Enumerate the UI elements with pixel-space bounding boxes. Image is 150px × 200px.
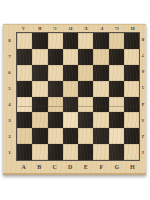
square-g3[interactable] (109, 112, 124, 128)
square-h5[interactable] (124, 81, 139, 97)
rank-label-8: 8 (140, 32, 146, 48)
square-h4[interactable] (124, 97, 139, 113)
square-f8[interactable] (93, 33, 108, 49)
square-g8[interactable] (109, 33, 124, 49)
square-h8[interactable] (124, 33, 139, 49)
square-d7[interactable] (63, 49, 78, 65)
square-f6[interactable] (93, 65, 108, 81)
rank-labels-right: 87654321 (140, 32, 146, 161)
square-b4[interactable] (32, 97, 47, 113)
square-a7[interactable] (17, 49, 32, 65)
file-label-g: G (109, 25, 125, 32)
square-g7[interactable] (109, 49, 124, 65)
photo-background: ABCDEFGH 87654321 87654321 ABCDEFGH (0, 0, 150, 200)
square-d5[interactable] (63, 81, 78, 97)
file-label-f: F (94, 161, 110, 173)
square-c6[interactable] (48, 65, 63, 81)
rank-label-6: 6 (140, 64, 146, 80)
square-g2[interactable] (109, 128, 124, 144)
rank-label-4: 4 (3, 97, 16, 113)
file-label-f: F (94, 25, 110, 32)
square-b8[interactable] (32, 33, 47, 49)
square-c2[interactable] (48, 128, 63, 144)
square-d3[interactable] (63, 112, 78, 128)
square-a1[interactable] (17, 144, 32, 160)
square-e2[interactable] (78, 128, 93, 144)
square-h2[interactable] (124, 128, 139, 144)
square-g1[interactable] (109, 144, 124, 160)
square-g5[interactable] (109, 81, 124, 97)
file-labels-top: ABCDEFGH (16, 25, 140, 32)
rank-label-3: 3 (3, 113, 16, 129)
square-f1[interactable] (93, 144, 108, 160)
square-c4[interactable] (48, 97, 63, 113)
square-h7[interactable] (124, 49, 139, 65)
square-e4[interactable] (78, 97, 93, 113)
square-f7[interactable] (93, 49, 108, 65)
square-h3[interactable] (124, 112, 139, 128)
square-d8[interactable] (63, 33, 78, 49)
square-d2[interactable] (63, 128, 78, 144)
square-f4[interactable] (93, 97, 108, 113)
square-a8[interactable] (17, 33, 32, 49)
rank-label-7: 7 (3, 48, 16, 64)
rank-label-1: 1 (140, 145, 146, 161)
file-label-a: A (16, 161, 32, 173)
square-c7[interactable] (48, 49, 63, 65)
file-label-h: H (125, 25, 141, 32)
square-c3[interactable] (48, 112, 63, 128)
square-d1[interactable] (63, 144, 78, 160)
rank-labels-left: 87654321 (3, 32, 16, 161)
square-e3[interactable] (78, 112, 93, 128)
file-label-d: D (63, 161, 79, 173)
board-grid (17, 33, 139, 160)
rank-label-2: 2 (140, 129, 146, 145)
file-label-h: H (125, 161, 141, 173)
square-c1[interactable] (48, 144, 63, 160)
square-h6[interactable] (124, 65, 139, 81)
rank-label-8: 8 (3, 32, 16, 48)
square-b2[interactable] (32, 128, 47, 144)
rank-label-1: 1 (3, 145, 16, 161)
file-label-e: E (78, 161, 94, 173)
file-label-d: D (63, 25, 79, 32)
square-e5[interactable] (78, 81, 93, 97)
square-d6[interactable] (63, 65, 78, 81)
square-b7[interactable] (32, 49, 47, 65)
file-label-b: B (32, 25, 48, 32)
rank-label-5: 5 (140, 80, 146, 96)
rank-label-4: 4 (140, 97, 146, 113)
square-a5[interactable] (17, 81, 32, 97)
file-label-a: A (16, 25, 32, 32)
rank-label-6: 6 (3, 64, 16, 80)
square-d4[interactable] (63, 97, 78, 113)
file-label-b: B (32, 161, 48, 173)
file-label-g: G (109, 161, 125, 173)
square-f3[interactable] (93, 112, 108, 128)
square-b5[interactable] (32, 81, 47, 97)
square-g4[interactable] (109, 97, 124, 113)
square-f5[interactable] (93, 81, 108, 97)
square-b1[interactable] (32, 144, 47, 160)
square-e7[interactable] (78, 49, 93, 65)
square-b6[interactable] (32, 65, 47, 81)
square-f2[interactable] (93, 128, 108, 144)
square-a4[interactable] (17, 97, 32, 113)
file-label-e: E (78, 25, 94, 32)
square-g6[interactable] (109, 65, 124, 81)
chessboard: ABCDEFGH 87654321 87654321 ABCDEFGH (3, 24, 146, 175)
square-c5[interactable] (48, 81, 63, 97)
square-e8[interactable] (78, 33, 93, 49)
rank-label-7: 7 (140, 48, 146, 64)
rank-label-3: 3 (140, 113, 146, 129)
square-h1[interactable] (124, 144, 139, 160)
board-frame-line (16, 32, 140, 161)
square-e6[interactable] (78, 65, 93, 81)
square-a2[interactable] (17, 128, 32, 144)
rank-label-5: 5 (3, 80, 16, 96)
rank-label-2: 2 (3, 129, 16, 145)
square-b3[interactable] (32, 112, 47, 128)
square-a6[interactable] (17, 65, 32, 81)
file-label-c: C (47, 25, 63, 32)
square-a3[interactable] (17, 112, 32, 128)
square-e1[interactable] (78, 144, 93, 160)
file-labels-bottom: ABCDEFGH (16, 161, 140, 173)
file-label-c: C (47, 161, 63, 173)
square-c8[interactable] (48, 33, 63, 49)
